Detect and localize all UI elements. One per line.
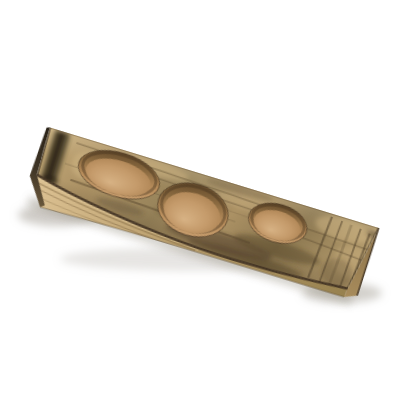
product-photo-canvas: [0, 0, 400, 400]
tealight-holder-photo: [0, 0, 400, 400]
wooden-tray: [21, 125, 381, 306]
